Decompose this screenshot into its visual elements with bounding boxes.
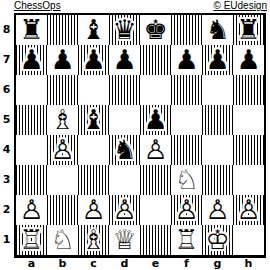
square-a1[interactable]: ♖ xyxy=(16,225,47,255)
square-e7[interactable] xyxy=(140,45,171,75)
square-h1[interactable] xyxy=(233,225,264,255)
square-d5[interactable] xyxy=(109,105,140,135)
square-g1[interactable]: ♔ xyxy=(202,225,233,255)
square-e5[interactable]: ♟ xyxy=(140,105,171,135)
square-b3[interactable] xyxy=(47,165,78,195)
square-h6[interactable] xyxy=(233,75,264,105)
square-g5[interactable] xyxy=(202,105,233,135)
piece-black-pawn[interactable]: ♟ xyxy=(171,45,202,75)
file-label-g: g xyxy=(202,257,233,270)
square-c7[interactable]: ♟ xyxy=(78,45,109,75)
square-g7[interactable]: ♟ xyxy=(202,45,233,75)
square-c6[interactable] xyxy=(78,75,109,105)
file-label-h: h xyxy=(233,257,264,270)
square-f3[interactable]: ♘ xyxy=(171,165,202,195)
square-d4[interactable]: ♞ xyxy=(109,135,140,165)
square-a6[interactable] xyxy=(16,75,47,105)
piece-white-queen[interactable]: ♕ xyxy=(109,225,140,255)
chess-board: ♜♝♛♚♞♜♟♟♟♟♟♟♟♗♝♟♙♞♙♘♙♙♙♙♙♙♖♘♗♕♖♔ xyxy=(14,13,266,258)
square-c3[interactable] xyxy=(78,165,109,195)
square-g8[interactable]: ♞ xyxy=(202,15,233,45)
square-g2[interactable]: ♙ xyxy=(202,195,233,225)
piece-black-pawn[interactable]: ♟ xyxy=(78,45,109,75)
square-e6[interactable] xyxy=(140,75,171,105)
square-d6[interactable] xyxy=(109,75,140,105)
piece-black-pawn[interactable]: ♟ xyxy=(109,45,140,75)
square-c4[interactable] xyxy=(78,135,109,165)
piece-white-knight[interactable]: ♘ xyxy=(47,225,78,255)
piece-black-pawn[interactable]: ♟ xyxy=(233,45,264,75)
piece-white-pawn[interactable]: ♙ xyxy=(47,135,78,165)
piece-black-pawn[interactable]: ♟ xyxy=(16,45,47,75)
square-h4[interactable] xyxy=(233,135,264,165)
piece-white-bishop[interactable]: ♗ xyxy=(78,225,109,255)
square-b8[interactable] xyxy=(47,15,78,45)
square-a4[interactable] xyxy=(16,135,47,165)
file-label-a: a xyxy=(16,257,47,270)
square-e2[interactable] xyxy=(140,195,171,225)
file-label-b: b xyxy=(47,257,78,270)
rank-label-4: 4 xyxy=(0,135,13,165)
piece-white-pawn[interactable]: ♙ xyxy=(109,195,140,225)
square-f2[interactable]: ♙ xyxy=(171,195,202,225)
square-c5[interactable]: ♝ xyxy=(78,105,109,135)
square-a8[interactable]: ♜ xyxy=(16,15,47,45)
square-e3[interactable] xyxy=(140,165,171,195)
piece-white-pawn[interactable]: ♙ xyxy=(171,195,202,225)
square-h8[interactable]: ♜ xyxy=(233,15,264,45)
rank-label-8: 8 xyxy=(0,15,13,45)
piece-white-rook[interactable]: ♖ xyxy=(171,225,202,255)
file-label-d: d xyxy=(109,257,140,270)
piece-white-knight[interactable]: ♘ xyxy=(171,165,202,195)
square-a2[interactable]: ♙ xyxy=(16,195,47,225)
square-b2[interactable] xyxy=(47,195,78,225)
square-e4[interactable]: ♙ xyxy=(140,135,171,165)
square-f1[interactable]: ♖ xyxy=(171,225,202,255)
square-d1[interactable]: ♕ xyxy=(109,225,140,255)
file-label-e: e xyxy=(140,257,171,270)
square-h2[interactable]: ♙ xyxy=(233,195,264,225)
piece-black-knight[interactable]: ♞ xyxy=(109,135,140,165)
square-h5[interactable] xyxy=(233,105,264,135)
square-b6[interactable] xyxy=(47,75,78,105)
piece-black-rook[interactable]: ♜ xyxy=(233,15,264,45)
square-f7[interactable]: ♟ xyxy=(171,45,202,75)
square-e1[interactable] xyxy=(140,225,171,255)
piece-black-bishop[interactable]: ♝ xyxy=(78,15,109,45)
square-f4[interactable] xyxy=(171,135,202,165)
square-f6[interactable] xyxy=(171,75,202,105)
square-c8[interactable]: ♝ xyxy=(78,15,109,45)
piece-white-rook[interactable]: ♖ xyxy=(16,225,47,255)
square-d7[interactable]: ♟ xyxy=(109,45,140,75)
square-g4[interactable] xyxy=(202,135,233,165)
piece-black-pawn[interactable]: ♟ xyxy=(140,105,171,135)
square-c2[interactable]: ♙ xyxy=(78,195,109,225)
piece-white-pawn[interactable]: ♙ xyxy=(202,195,233,225)
piece-white-pawn[interactable]: ♙ xyxy=(16,195,47,225)
rank-label-5: 5 xyxy=(0,105,13,135)
square-a5[interactable] xyxy=(16,105,47,135)
rank-label-3: 3 xyxy=(0,165,13,195)
square-e8[interactable]: ♚ xyxy=(140,15,171,45)
file-label-c: c xyxy=(78,257,109,270)
square-d3[interactable] xyxy=(109,165,140,195)
square-b1[interactable]: ♘ xyxy=(47,225,78,255)
piece-white-king[interactable]: ♔ xyxy=(202,225,233,255)
square-g3[interactable] xyxy=(202,165,233,195)
square-b7[interactable]: ♟ xyxy=(47,45,78,75)
piece-white-pawn[interactable]: ♙ xyxy=(140,135,171,165)
square-f5[interactable] xyxy=(171,105,202,135)
square-h7[interactable]: ♟ xyxy=(233,45,264,75)
rank-label-2: 2 xyxy=(0,195,13,225)
piece-black-queen[interactable]: ♛ xyxy=(109,15,140,45)
piece-black-bishop[interactable]: ♝ xyxy=(78,105,109,135)
square-d8[interactable]: ♛ xyxy=(109,15,140,45)
rank-label-6: 6 xyxy=(0,75,13,105)
square-g6[interactable] xyxy=(202,75,233,105)
rank-label-7: 7 xyxy=(0,45,13,75)
square-b4[interactable]: ♙ xyxy=(47,135,78,165)
credit-text: © EUdesign xyxy=(213,0,267,13)
piece-white-pawn[interactable]: ♙ xyxy=(78,195,109,225)
square-a7[interactable]: ♟ xyxy=(16,45,47,75)
piece-white-bishop[interactable]: ♗ xyxy=(47,105,78,135)
square-c1[interactable]: ♗ xyxy=(78,225,109,255)
piece-black-rook[interactable]: ♜ xyxy=(16,15,47,45)
piece-black-king[interactable]: ♚ xyxy=(140,15,171,45)
rank-label-1: 1 xyxy=(0,225,13,255)
square-h3[interactable] xyxy=(233,165,264,195)
piece-black-pawn[interactable]: ♟ xyxy=(47,45,78,75)
square-a3[interactable] xyxy=(16,165,47,195)
app-title: ChessOps xyxy=(14,0,61,13)
square-f8[interactable] xyxy=(171,15,202,45)
file-label-f: f xyxy=(171,257,202,270)
piece-black-knight[interactable]: ♞ xyxy=(202,15,233,45)
piece-black-pawn[interactable]: ♟ xyxy=(202,45,233,75)
piece-white-pawn[interactable]: ♙ xyxy=(233,195,264,225)
square-d2[interactable]: ♙ xyxy=(109,195,140,225)
square-b5[interactable]: ♗ xyxy=(47,105,78,135)
